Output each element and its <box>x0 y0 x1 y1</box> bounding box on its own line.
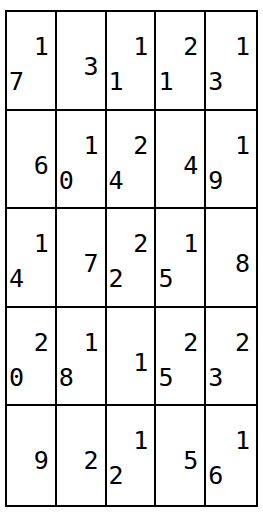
cell-number: 3 <box>84 54 99 79</box>
cell-number-tens-digit: 1 <box>133 428 148 453</box>
grid-cell-r1c3[interactable]: 11 <box>107 12 157 111</box>
grid-cell-r5c4[interactable]: 5 <box>156 406 206 505</box>
grid-cell-r4c1[interactable]: 20 <box>7 308 57 407</box>
grid-cell-r5c2[interactable]: 2 <box>57 406 107 505</box>
grid-cell-r2c1[interactable]: 6 <box>7 111 57 210</box>
cell-number: 7 <box>84 251 99 276</box>
cell-number-tens-digit: 2 <box>235 330 250 355</box>
grid-cell-r3c5[interactable]: 8 <box>206 209 256 308</box>
grid-cell-r4c5[interactable]: 23 <box>206 308 256 407</box>
cell-number-tens-digit: 1 <box>84 133 99 158</box>
cell-number-units-digit: 0 <box>59 168 74 193</box>
grid-cell-r1c1[interactable]: 17 <box>7 12 57 111</box>
cell-number: 9 <box>34 448 49 473</box>
cell-number-tens-digit: 1 <box>183 231 198 256</box>
cell-number: 8 <box>235 251 250 276</box>
grid-cell-r2c2[interactable]: 10 <box>57 111 107 210</box>
cell-number-units-digit: 6 <box>208 463 223 488</box>
cell-number-tens-digit: 1 <box>34 231 49 256</box>
cell-number-tens-digit: 1 <box>133 34 148 59</box>
grid-cell-r4c2[interactable]: 18 <box>57 308 107 407</box>
cell-number-units-digit: 3 <box>208 69 223 94</box>
cell-number-tens-digit: 2 <box>133 133 148 158</box>
cell-number-tens-digit: 1 <box>235 34 250 59</box>
grid-cell-r3c4[interactable]: 15 <box>156 209 206 308</box>
cell-number-units-digit: 9 <box>208 168 223 193</box>
cell-number: 4 <box>183 153 198 178</box>
cell-number-tens-digit: 2 <box>133 231 148 256</box>
cell-number-units-digit: 5 <box>158 365 173 390</box>
grid-cell-r5c1[interactable]: 9 <box>7 406 57 505</box>
cell-number-tens-digit: 2 <box>183 34 198 59</box>
cell-number-tens-digit: 2 <box>34 330 49 355</box>
grid-cell-r5c3[interactable]: 12 <box>107 406 157 505</box>
cell-number-units-digit: 5 <box>158 266 173 291</box>
grid-cell-r1c4[interactable]: 21 <box>156 12 206 111</box>
grid-cell-r3c2[interactable]: 7 <box>57 209 107 308</box>
grid-cell-r1c5[interactable]: 13 <box>206 12 256 111</box>
cell-number-tens-digit: 1 <box>235 133 250 158</box>
grid-cell-r1c2[interactable]: 3 <box>57 12 107 111</box>
cell-number-units-digit: 4 <box>109 168 124 193</box>
cell-number-tens-digit: 1 <box>235 428 250 453</box>
grid-cell-r2c3[interactable]: 24 <box>107 111 157 210</box>
cell-number-units-digit: 8 <box>59 365 74 390</box>
cell-number-tens-digit: 2 <box>183 330 198 355</box>
cell-number: 5 <box>183 448 198 473</box>
grid-cell-r3c3[interactable]: 22 <box>107 209 157 308</box>
number-grid-board: 1731121136102441914722158201812523921251… <box>5 10 258 507</box>
cell-number-units-digit: 3 <box>208 365 223 390</box>
grid-cell-r4c3[interactable]: 1 <box>107 308 157 407</box>
cell-number: 6 <box>34 153 49 178</box>
grid-cell-r5c5[interactable]: 16 <box>206 406 256 505</box>
cell-number-units-digit: 0 <box>9 365 24 390</box>
cell-number-units-digit: 1 <box>158 69 173 94</box>
cell-number-units-digit: 7 <box>9 69 24 94</box>
cell-number: 2 <box>84 448 99 473</box>
grid-cell-r2c4[interactable]: 4 <box>156 111 206 210</box>
grid-cell-r2c5[interactable]: 19 <box>206 111 256 210</box>
cell-number-units-digit: 4 <box>9 266 24 291</box>
cell-number: 1 <box>133 350 148 375</box>
cell-number-tens-digit: 1 <box>84 330 99 355</box>
cell-number-units-digit: 1 <box>109 69 124 94</box>
cell-number-tens-digit: 1 <box>34 34 49 59</box>
cell-number-units-digit: 2 <box>109 266 124 291</box>
grid-cell-r4c4[interactable]: 25 <box>156 308 206 407</box>
grid-cell-r3c1[interactable]: 14 <box>7 209 57 308</box>
cell-number-units-digit: 2 <box>109 463 124 488</box>
